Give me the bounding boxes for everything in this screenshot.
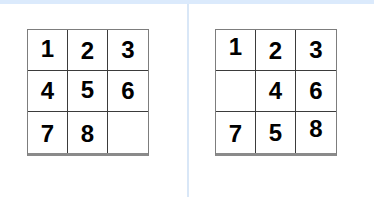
right-tile-8: 8 — [296, 112, 336, 153]
right-tile-7: 7 — [216, 112, 256, 153]
left-tile-1-digit: 1 — [41, 37, 54, 61]
left-tile-4: 4 — [28, 71, 68, 112]
right-tile-6-digit: 6 — [309, 79, 322, 103]
right-tile-4: 4 — [256, 71, 296, 112]
page: 1 2 3 4 5 6 7 8 1 2 3 4 6 7 5 8 — [0, 0, 374, 197]
right-tile-1-digit: 1 — [229, 35, 242, 59]
puzzle-board-left: 1 2 3 4 5 6 7 8 — [27, 29, 149, 156]
left-tile-4-digit: 4 — [41, 79, 54, 103]
left-tile-6: 6 — [108, 71, 148, 112]
right-blank-cell — [216, 71, 256, 112]
left-tile-2: 2 — [68, 30, 108, 71]
right-tile-5-digit: 5 — [269, 121, 282, 145]
right-tile-6: 6 — [296, 71, 336, 112]
left-tile-3-digit: 3 — [121, 38, 134, 62]
right-tile-2-digit: 2 — [269, 39, 282, 63]
right-tile-2: 2 — [256, 30, 296, 71]
left-tile-7-digit: 7 — [41, 122, 54, 146]
right-tile-8-digit: 8 — [309, 117, 322, 141]
vertical-divider — [187, 4, 189, 197]
left-tile-2-digit: 2 — [81, 39, 94, 63]
left-tile-8-digit: 8 — [81, 122, 94, 146]
left-blank-cell — [108, 112, 148, 153]
right-tile-7-digit: 7 — [229, 122, 242, 146]
left-tile-1: 1 — [28, 30, 68, 71]
right-tile-3: 3 — [296, 30, 336, 71]
left-tile-7: 7 — [28, 112, 68, 153]
left-tile-3: 3 — [108, 30, 148, 71]
left-tile-6-digit: 6 — [121, 79, 134, 103]
right-tile-1: 1 — [216, 30, 256, 71]
left-tile-5: 5 — [68, 71, 108, 112]
right-tile-4-digit: 4 — [269, 79, 282, 103]
right-tile-5: 5 — [256, 112, 296, 153]
left-tile-5-digit: 5 — [81, 78, 94, 102]
right-tile-3-digit: 3 — [309, 38, 322, 62]
left-tile-8: 8 — [68, 112, 108, 153]
puzzle-board-right: 1 2 3 4 6 7 5 8 — [215, 29, 337, 156]
